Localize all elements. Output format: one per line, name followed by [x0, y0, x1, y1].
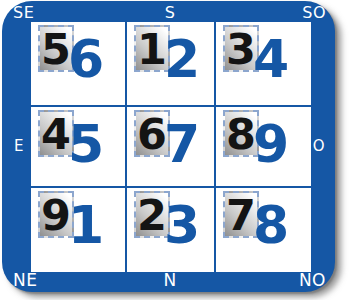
- cell-r1c1: 5 6: [31, 22, 127, 107]
- compass-label-so: SO: [302, 4, 326, 22]
- cell-r1c3: 3 4: [216, 22, 311, 107]
- cell-r3c2: 2 3: [127, 188, 216, 272]
- blue-number: 9: [253, 118, 289, 170]
- blue-number: 8: [253, 199, 289, 251]
- compass-label-ne: NE: [13, 271, 37, 289]
- compass-label-no: NO: [299, 271, 326, 289]
- cell-r2c3: 8 9: [216, 107, 311, 188]
- blue-number: 5: [68, 118, 104, 170]
- compass-label-s: S: [165, 4, 176, 22]
- compass-frame: SE S SO E O NE N NO 5 6 1 2 3 4 4 5 6 7 …: [2, 1, 335, 292]
- puzzle-board: 5 6 1 2 3 4 4 5 6 7 8 9 9 1 2 3: [31, 22, 311, 272]
- blue-number: 7: [164, 118, 200, 170]
- blue-number: 6: [68, 33, 104, 85]
- cell-r2c2: 6 7: [127, 107, 216, 188]
- compass-label-o: O: [313, 137, 325, 155]
- cell-r3c1: 9 1: [31, 188, 127, 272]
- cell-r3c3: 7 8: [216, 188, 311, 272]
- blue-number: 2: [164, 33, 200, 85]
- compass-label-n: N: [163, 271, 176, 289]
- blue-number: 3: [164, 199, 200, 251]
- compass-label-e: E: [14, 137, 24, 155]
- cell-r1c2: 1 2: [127, 22, 216, 107]
- compass-label-se: SE: [13, 4, 34, 22]
- cell-r2c1: 4 5: [31, 107, 127, 188]
- blue-number: 1: [68, 199, 104, 251]
- blue-number: 4: [253, 33, 289, 85]
